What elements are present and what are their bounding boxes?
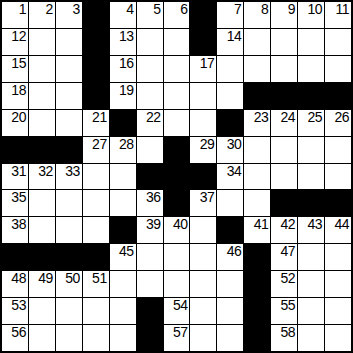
clue-number-13: 13	[119, 29, 134, 43]
cell-r7c4[interactable]	[83, 164, 109, 190]
cell-r3c13[interactable]	[325, 56, 351, 82]
cell-r11c7[interactable]	[164, 271, 190, 297]
cell-r12c2[interactable]	[29, 298, 55, 324]
clue-number-33: 33	[65, 164, 80, 178]
cell-r1c1[interactable]: 1	[2, 2, 28, 28]
black-square-r1c8	[190, 2, 216, 28]
cell-r9c4[interactable]	[83, 217, 109, 243]
cell-r11c2[interactable]: 49	[29, 271, 55, 297]
cell-r7c13[interactable]	[325, 164, 351, 190]
cell-r6c8[interactable]: 29	[190, 137, 216, 163]
clue-number-12: 12	[11, 29, 26, 43]
clue-number-16: 16	[119, 56, 134, 70]
cell-r1c10[interactable]: 8	[244, 2, 270, 28]
cell-r13c5[interactable]	[110, 325, 136, 351]
black-square-r6c3	[56, 137, 82, 163]
cell-r12c7[interactable]: 54	[164, 298, 190, 324]
clue-number-40: 40	[173, 217, 188, 231]
black-square-r4c4	[83, 83, 109, 109]
cell-r11c6[interactable]	[137, 271, 163, 297]
cell-r10c6[interactable]	[137, 244, 163, 270]
black-square-r2c4	[83, 29, 109, 55]
clue-number-17: 17	[200, 56, 215, 70]
clue-number-31: 31	[11, 164, 26, 178]
cell-r13c11[interactable]: 58	[271, 325, 297, 351]
cell-r2c1[interactable]: 12	[2, 29, 28, 55]
cell-r12c13[interactable]	[325, 298, 351, 324]
black-square-r10c3	[56, 244, 82, 270]
black-square-r8c11	[271, 190, 297, 216]
clue-number-48: 48	[11, 271, 26, 285]
cell-r9c8[interactable]	[190, 217, 216, 243]
black-square-r10c4	[83, 244, 109, 270]
cell-r2c6[interactable]	[137, 29, 163, 55]
clue-number-43: 43	[307, 217, 322, 231]
black-square-r4c10	[244, 83, 270, 109]
cell-r5c13[interactable]: 26	[325, 110, 351, 136]
cell-r5c6[interactable]: 22	[137, 110, 163, 136]
cell-r8c10[interactable]	[244, 190, 270, 216]
clue-number-10: 10	[307, 2, 322, 16]
cell-r9c12[interactable]: 43	[298, 217, 324, 243]
clue-number-52: 52	[281, 271, 296, 285]
cell-r7c1[interactable]: 31	[2, 164, 28, 190]
cell-r5c7[interactable]	[164, 110, 190, 136]
cell-r9c3[interactable]	[56, 217, 82, 243]
clue-number-1: 1	[19, 2, 26, 16]
cell-r3c3[interactable]	[56, 56, 82, 82]
cell-r7c2[interactable]: 32	[29, 164, 55, 190]
cell-r3c12[interactable]	[298, 56, 324, 82]
clue-number-46: 46	[227, 244, 242, 258]
cell-r11c1[interactable]: 48	[2, 271, 28, 297]
clue-number-21: 21	[92, 110, 107, 124]
cell-r2c11[interactable]	[271, 29, 297, 55]
cell-r8c2[interactable]	[29, 190, 55, 216]
clue-number-39: 39	[146, 217, 161, 231]
cell-r11c12[interactable]	[298, 271, 324, 297]
cell-r6c13[interactable]	[325, 137, 351, 163]
cell-r1c11[interactable]: 9	[271, 2, 297, 28]
cell-r12c12[interactable]	[298, 298, 324, 324]
crossword-grid: 1234567891011121314151617181920212223242…	[0, 0, 353, 353]
clue-number-47: 47	[281, 244, 296, 258]
cell-r4c6[interactable]	[137, 83, 163, 109]
black-square-r7c8	[190, 164, 216, 190]
cell-r6c5[interactable]: 28	[110, 137, 136, 163]
cell-r2c9[interactable]: 14	[217, 29, 243, 55]
clue-number-38: 38	[11, 217, 26, 231]
black-square-r13c6	[137, 325, 163, 351]
cell-r5c11[interactable]: 24	[271, 110, 297, 136]
cell-r1c13[interactable]: 11	[325, 2, 351, 28]
black-square-r5c5	[110, 110, 136, 136]
cell-r11c4[interactable]: 51	[83, 271, 109, 297]
cell-r11c9[interactable]	[217, 271, 243, 297]
cell-r10c13[interactable]	[325, 244, 351, 270]
cell-r13c1[interactable]: 56	[2, 325, 28, 351]
clue-number-26: 26	[334, 110, 349, 124]
cell-r13c13[interactable]	[325, 325, 351, 351]
black-square-r10c10	[244, 244, 270, 270]
cell-r2c7[interactable]	[164, 29, 190, 55]
clue-number-42: 42	[281, 217, 296, 231]
cell-r5c2[interactable]	[29, 110, 55, 136]
cell-r10c12[interactable]	[298, 244, 324, 270]
clue-number-9: 9	[288, 2, 295, 16]
black-square-r9c5	[110, 217, 136, 243]
clue-number-57: 57	[173, 325, 188, 339]
black-square-r6c7	[164, 137, 190, 163]
black-square-r8c12	[298, 190, 324, 216]
cell-r9c1[interactable]: 38	[2, 217, 28, 243]
cell-r3c2[interactable]	[29, 56, 55, 82]
clue-number-23: 23	[254, 110, 269, 124]
clue-number-24: 24	[281, 110, 296, 124]
clue-number-41: 41	[254, 217, 269, 231]
cell-r13c12[interactable]	[298, 325, 324, 351]
cell-r4c5[interactable]: 19	[110, 83, 136, 109]
cell-r6c4[interactable]: 27	[83, 137, 109, 163]
cell-r6c11[interactable]	[271, 137, 297, 163]
cell-r3c5[interactable]: 16	[110, 56, 136, 82]
clue-number-58: 58	[281, 325, 296, 339]
cell-r4c2[interactable]	[29, 83, 55, 109]
clue-number-22: 22	[146, 110, 161, 124]
clue-number-25: 25	[307, 110, 322, 124]
cell-r10c11[interactable]: 47	[271, 244, 297, 270]
cell-r7c5[interactable]	[110, 164, 136, 190]
cell-r11c3[interactable]: 50	[56, 271, 82, 297]
black-square-r4c11	[271, 83, 297, 109]
cell-r1c6[interactable]: 5	[137, 2, 163, 28]
cell-r1c9[interactable]: 7	[217, 2, 243, 28]
cell-r6c12[interactable]	[298, 137, 324, 163]
cell-r9c6[interactable]: 39	[137, 217, 163, 243]
clue-number-53: 53	[11, 298, 26, 312]
black-square-r1c4	[83, 2, 109, 28]
clue-number-15: 15	[11, 56, 26, 70]
clue-number-34: 34	[227, 164, 242, 178]
cell-r3c10[interactable]	[244, 56, 270, 82]
cell-r7c11[interactable]	[271, 164, 297, 190]
black-square-r7c6	[137, 164, 163, 190]
clue-number-30: 30	[227, 137, 242, 151]
cell-r6c6[interactable]	[137, 137, 163, 163]
cell-r2c5[interactable]: 13	[110, 29, 136, 55]
cell-r3c9[interactable]	[217, 56, 243, 82]
clue-number-29: 29	[200, 137, 215, 151]
clue-number-54: 54	[173, 298, 188, 312]
clue-number-32: 32	[38, 164, 53, 178]
cell-r6c10[interactable]	[244, 137, 270, 163]
cell-r11c8[interactable]	[190, 271, 216, 297]
cell-r3c6[interactable]	[137, 56, 163, 82]
black-square-r7c7	[164, 164, 190, 190]
clue-number-55: 55	[281, 298, 296, 312]
cell-r2c10[interactable]	[244, 29, 270, 55]
cell-r1c3[interactable]: 3	[56, 2, 82, 28]
cell-r4c8[interactable]	[190, 83, 216, 109]
cell-r4c9[interactable]	[217, 83, 243, 109]
cell-r12c3[interactable]	[56, 298, 82, 324]
clue-number-28: 28	[119, 137, 134, 151]
cell-r3c11[interactable]	[271, 56, 297, 82]
clue-number-6: 6	[180, 2, 187, 16]
clue-number-50: 50	[65, 271, 80, 285]
clue-number-18: 18	[11, 83, 26, 97]
cell-r10c8[interactable]	[190, 244, 216, 270]
cell-r13c4[interactable]	[83, 325, 109, 351]
black-square-r4c12	[298, 83, 324, 109]
clue-number-8: 8	[261, 2, 268, 16]
cell-r10c9[interactable]: 46	[217, 244, 243, 270]
clue-number-56: 56	[11, 325, 26, 339]
cell-r8c6[interactable]: 36	[137, 190, 163, 216]
clue-number-14: 14	[227, 29, 242, 43]
cell-r13c2[interactable]	[29, 325, 55, 351]
cell-r12c5[interactable]	[110, 298, 136, 324]
clue-number-37: 37	[200, 190, 215, 204]
cell-r4c7[interactable]	[164, 83, 190, 109]
cell-r9c7[interactable]: 40	[164, 217, 190, 243]
cell-r2c13[interactable]	[325, 29, 351, 55]
cell-r8c3[interactable]	[56, 190, 82, 216]
cell-r4c1[interactable]: 18	[2, 83, 28, 109]
cell-r3c1[interactable]: 15	[2, 56, 28, 82]
clue-number-2: 2	[46, 2, 53, 16]
clue-number-7: 7	[234, 2, 241, 16]
cell-r8c9[interactable]	[217, 190, 243, 216]
black-square-r3c4	[83, 56, 109, 82]
cell-r11c11[interactable]: 52	[271, 271, 297, 297]
cell-r10c7[interactable]	[164, 244, 190, 270]
cell-r2c12[interactable]	[298, 29, 324, 55]
cell-r5c1[interactable]: 20	[2, 110, 28, 136]
cell-r5c10[interactable]: 23	[244, 110, 270, 136]
black-square-r12c6	[137, 298, 163, 324]
black-square-r12c10	[244, 298, 270, 324]
cell-r8c1[interactable]: 35	[2, 190, 28, 216]
cell-r9c11[interactable]: 42	[271, 217, 297, 243]
black-square-r10c2	[29, 244, 55, 270]
clue-number-36: 36	[146, 190, 161, 204]
cell-r2c3[interactable]	[56, 29, 82, 55]
cell-r7c3[interactable]: 33	[56, 164, 82, 190]
black-square-r4c13	[325, 83, 351, 109]
cell-r9c2[interactable]	[29, 217, 55, 243]
cell-r3c7[interactable]	[164, 56, 190, 82]
clue-number-27: 27	[92, 137, 107, 151]
cell-r8c4[interactable]	[83, 190, 109, 216]
black-square-r10c1	[2, 244, 28, 270]
black-square-r9c9	[217, 217, 243, 243]
black-square-r6c1	[2, 137, 28, 163]
cell-r3c8[interactable]: 17	[190, 56, 216, 82]
cell-r11c5[interactable]	[110, 271, 136, 297]
black-square-r5c9	[217, 110, 243, 136]
cell-r12c1[interactable]: 53	[2, 298, 28, 324]
cell-r13c8[interactable]	[190, 325, 216, 351]
black-square-r6c2	[29, 137, 55, 163]
cell-r9c10[interactable]: 41	[244, 217, 270, 243]
cell-r13c3[interactable]	[56, 325, 82, 351]
cell-r1c7[interactable]: 6	[164, 2, 190, 28]
cell-r5c12[interactable]: 25	[298, 110, 324, 136]
cell-r11c13[interactable]	[325, 271, 351, 297]
clue-number-44: 44	[334, 217, 349, 231]
black-square-r11c10	[244, 271, 270, 297]
cell-r8c8[interactable]: 37	[190, 190, 216, 216]
clue-number-3: 3	[72, 2, 79, 16]
black-square-r8c7	[164, 190, 190, 216]
black-square-r8c13	[325, 190, 351, 216]
cell-r1c5[interactable]: 4	[110, 2, 136, 28]
clue-number-35: 35	[11, 190, 26, 204]
clue-number-20: 20	[11, 110, 26, 124]
black-square-r2c8	[190, 29, 216, 55]
clue-number-51: 51	[92, 271, 107, 285]
cell-r7c9[interactable]: 34	[217, 164, 243, 190]
cell-r4c3[interactable]	[56, 83, 82, 109]
clue-number-4: 4	[126, 2, 133, 16]
cell-r7c10[interactable]	[244, 164, 270, 190]
cell-r10c5[interactable]: 45	[110, 244, 136, 270]
cell-r8c5[interactable]	[110, 190, 136, 216]
black-square-r13c10	[244, 325, 270, 351]
cell-r12c8[interactable]	[190, 298, 216, 324]
cell-r5c3[interactable]	[56, 110, 82, 136]
cell-r5c8[interactable]	[190, 110, 216, 136]
cell-r1c2[interactable]: 2	[29, 2, 55, 28]
cell-r12c4[interactable]	[83, 298, 109, 324]
cell-r6c9[interactable]: 30	[217, 137, 243, 163]
cell-r7c12[interactable]	[298, 164, 324, 190]
cell-r12c11[interactable]: 55	[271, 298, 297, 324]
cell-r5c4[interactable]: 21	[83, 110, 109, 136]
cell-r1c12[interactable]: 10	[298, 2, 324, 28]
cell-r13c9[interactable]	[217, 325, 243, 351]
cell-r13c7[interactable]: 57	[164, 325, 190, 351]
cell-r2c2[interactable]	[29, 29, 55, 55]
cell-r12c9[interactable]	[217, 298, 243, 324]
clue-number-45: 45	[119, 244, 134, 258]
clue-number-49: 49	[38, 271, 53, 285]
clue-number-19: 19	[119, 83, 134, 97]
clue-number-11: 11	[335, 2, 349, 16]
clue-number-5: 5	[153, 2, 160, 16]
cell-r9c13[interactable]: 44	[325, 217, 351, 243]
